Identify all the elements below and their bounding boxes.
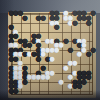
go-board-photo: ●●●●●●●●●●●●●●●●●●●●●●●●●●●●●●●●●●●●●●●●… [0,0,100,100]
board-grid[interactable] [11,13,93,95]
go-board[interactable] [8,12,96,98]
